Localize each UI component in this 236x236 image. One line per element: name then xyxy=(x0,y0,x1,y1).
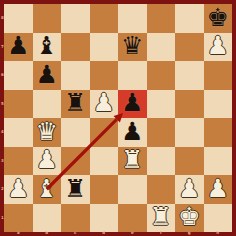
square-a1[interactable] xyxy=(4,204,33,233)
rank-label-2: 2 xyxy=(1,187,4,191)
square-c3[interactable] xyxy=(61,147,90,176)
square-e6[interactable] xyxy=(118,61,147,90)
file-label-d: d xyxy=(102,231,105,235)
square-d1[interactable] xyxy=(90,204,119,233)
square-h1[interactable] xyxy=(204,204,233,233)
square-g8[interactable] xyxy=(175,4,204,33)
square-c1[interactable] xyxy=(61,204,90,233)
rank-label-1: 1 xyxy=(1,216,4,220)
square-h8[interactable]: ♚ xyxy=(204,4,233,33)
square-e8[interactable] xyxy=(118,4,147,33)
square-b6[interactable]: ♟ xyxy=(33,61,62,90)
rank-label-5: 5 xyxy=(1,102,4,106)
black-queen: ♛ xyxy=(121,33,143,58)
square-a8[interactable] xyxy=(4,4,33,33)
black-rook: ♜ xyxy=(64,176,86,201)
white-queen: ♛ xyxy=(36,119,58,144)
white-king: ♚ xyxy=(178,204,200,229)
square-f2[interactable] xyxy=(147,175,176,204)
rank-label-8: 8 xyxy=(1,16,4,20)
square-h4[interactable] xyxy=(204,118,233,147)
file-label-b: b xyxy=(45,231,48,235)
rank-label-4: 4 xyxy=(1,130,4,134)
square-d4[interactable] xyxy=(90,118,119,147)
square-g3[interactable] xyxy=(175,147,204,176)
square-d2[interactable] xyxy=(90,175,119,204)
square-a6[interactable] xyxy=(4,61,33,90)
chess-board-frame: ♚♟♝♛♟♟♜♟♟♛♟♟♜♟♝♜♟♟♜♚ abcdefgh87654321 xyxy=(0,0,236,236)
square-e3[interactable]: ♜ xyxy=(118,147,147,176)
square-e2[interactable] xyxy=(118,175,147,204)
square-d5[interactable]: ♟ xyxy=(90,90,119,119)
square-b1[interactable] xyxy=(33,204,62,233)
chess-board: ♚♟♝♛♟♟♜♟♟♛♟♟♜♟♝♜♟♟♜♚ xyxy=(4,4,232,232)
square-e5[interactable]: ♟ xyxy=(118,90,147,119)
square-b5[interactable] xyxy=(33,90,62,119)
file-label-e: e xyxy=(131,231,134,235)
square-g1[interactable]: ♚ xyxy=(175,204,204,233)
square-c6[interactable] xyxy=(61,61,90,90)
white-pawn: ♟ xyxy=(7,176,29,201)
square-g6[interactable] xyxy=(175,61,204,90)
file-label-h: h xyxy=(216,231,219,235)
white-pawn: ♟ xyxy=(207,33,229,58)
square-d6[interactable] xyxy=(90,61,119,90)
square-e4[interactable]: ♟ xyxy=(118,118,147,147)
black-bishop: ♝ xyxy=(36,33,58,58)
white-pawn: ♟ xyxy=(36,147,58,172)
square-h3[interactable] xyxy=(204,147,233,176)
square-f8[interactable] xyxy=(147,4,176,33)
square-f5[interactable] xyxy=(147,90,176,119)
square-h5[interactable] xyxy=(204,90,233,119)
white-bishop: ♝ xyxy=(36,176,58,201)
rank-label-6: 6 xyxy=(1,73,4,77)
square-g4[interactable] xyxy=(175,118,204,147)
square-g7[interactable] xyxy=(175,33,204,62)
square-h6[interactable] xyxy=(204,61,233,90)
white-pawn: ♟ xyxy=(207,176,229,201)
square-c4[interactable] xyxy=(61,118,90,147)
square-f7[interactable] xyxy=(147,33,176,62)
black-pawn: ♟ xyxy=(121,119,143,144)
square-b4[interactable]: ♛ xyxy=(33,118,62,147)
square-f3[interactable] xyxy=(147,147,176,176)
square-a2[interactable]: ♟ xyxy=(4,175,33,204)
square-e7[interactable]: ♛ xyxy=(118,33,147,62)
square-h2[interactable]: ♟ xyxy=(204,175,233,204)
black-king: ♚ xyxy=(207,5,229,30)
square-b2[interactable]: ♝ xyxy=(33,175,62,204)
square-f6[interactable] xyxy=(147,61,176,90)
square-d8[interactable] xyxy=(90,4,119,33)
white-rook: ♜ xyxy=(150,204,172,229)
white-pawn: ♟ xyxy=(178,176,200,201)
square-e1[interactable] xyxy=(118,204,147,233)
square-f1[interactable]: ♜ xyxy=(147,204,176,233)
square-d7[interactable] xyxy=(90,33,119,62)
white-rook: ♜ xyxy=(121,147,143,172)
square-h7[interactable]: ♟ xyxy=(204,33,233,62)
square-f4[interactable] xyxy=(147,118,176,147)
square-a4[interactable] xyxy=(4,118,33,147)
square-g5[interactable] xyxy=(175,90,204,119)
square-g2[interactable]: ♟ xyxy=(175,175,204,204)
square-d3[interactable] xyxy=(90,147,119,176)
black-rook: ♜ xyxy=(64,90,86,115)
square-c5[interactable]: ♜ xyxy=(61,90,90,119)
black-pawn: ♟ xyxy=(7,33,29,58)
square-b7[interactable]: ♝ xyxy=(33,33,62,62)
rank-label-7: 7 xyxy=(1,45,4,49)
black-pawn: ♟ xyxy=(36,62,58,87)
file-label-c: c xyxy=(74,231,76,235)
square-c2[interactable]: ♜ xyxy=(61,175,90,204)
square-c7[interactable] xyxy=(61,33,90,62)
square-a5[interactable] xyxy=(4,90,33,119)
square-b3[interactable]: ♟ xyxy=(33,147,62,176)
square-a3[interactable] xyxy=(4,147,33,176)
square-b8[interactable] xyxy=(33,4,62,33)
square-a7[interactable]: ♟ xyxy=(4,33,33,62)
file-label-f: f xyxy=(160,231,162,235)
file-label-g: g xyxy=(188,231,191,235)
file-label-a: a xyxy=(17,231,20,235)
black-pawn: ♟ xyxy=(121,90,143,115)
rank-label-3: 3 xyxy=(1,159,4,163)
white-pawn: ♟ xyxy=(93,90,115,115)
square-c8[interactable] xyxy=(61,4,90,33)
